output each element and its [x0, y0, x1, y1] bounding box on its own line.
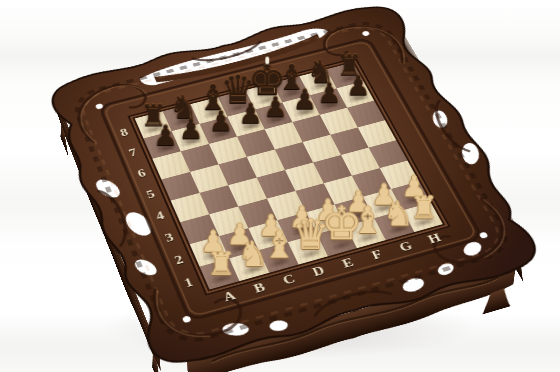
piece-white-rook-a1: ♜	[190, 239, 253, 280]
product-photo-stage: 87654321 ABCDEFGH ♜♞♝♛♚♝♞♜♟♟♟♟♟♟♟♟♟♟♟♟♟♟…	[0, 0, 560, 372]
chess-board: 87654321 ABCDEFGH ♜♞♝♛♚♝♞♜♟♟♟♟♟♟♟♟♟♟♟♟♟♟…	[15, 0, 560, 372]
perspective-scene: 87654321 ABCDEFGH ♜♞♝♛♚♝♞♜♟♟♟♟♟♟♟♟♟♟♟♟♟♟…	[0, 0, 560, 372]
piece-glyph: ♜	[207, 249, 235, 281]
